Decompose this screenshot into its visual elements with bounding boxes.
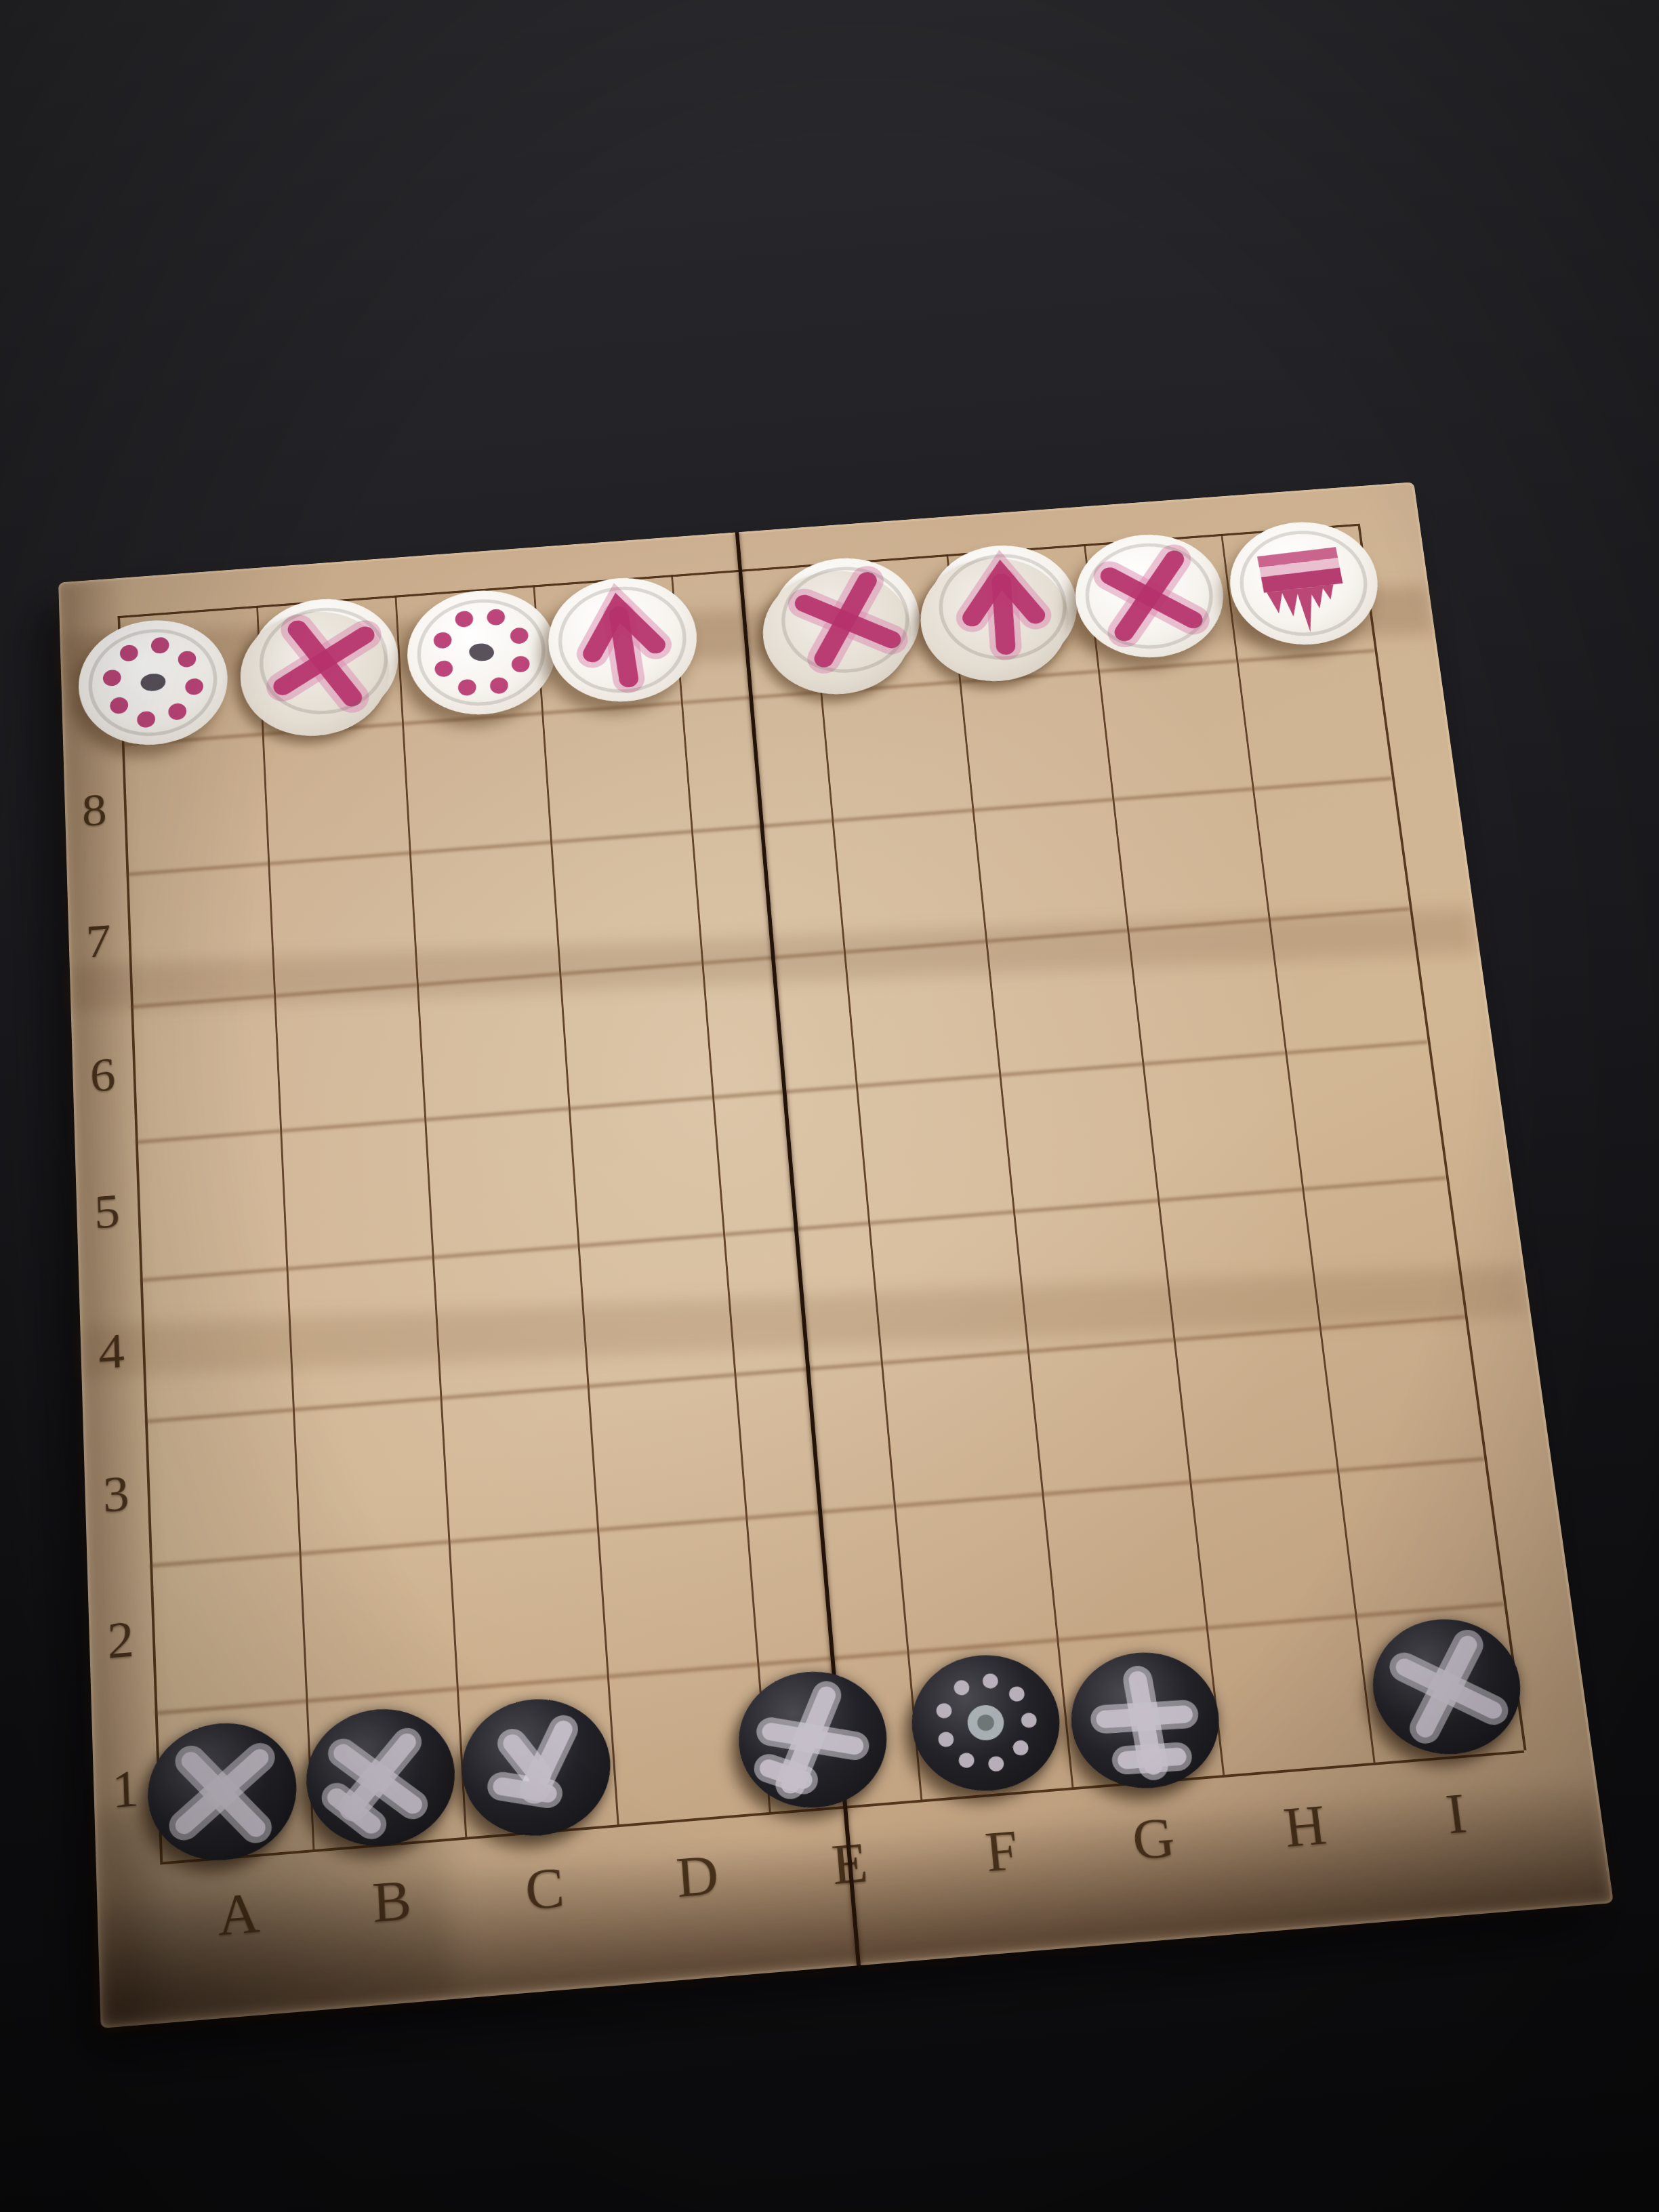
rank-label-4: 4 xyxy=(98,1323,125,1380)
square-A7[interactable] xyxy=(126,862,274,1005)
square-C5[interactable] xyxy=(424,1107,577,1256)
square-E5[interactable] xyxy=(712,1084,868,1233)
rank-label-8: 8 xyxy=(81,783,108,836)
photo-backdrop: { "game": { "name": "Homemade abstract s… xyxy=(0,0,1659,2212)
plane-up-icon xyxy=(1060,1643,1230,1799)
square-G5[interactable] xyxy=(999,1063,1158,1210)
arrow-up-icon xyxy=(925,543,1081,672)
square-E8[interactable] xyxy=(681,691,832,830)
piece-white-f9[interactable] xyxy=(766,553,925,687)
square-B7[interactable] xyxy=(268,851,417,994)
square-E3[interactable] xyxy=(734,1361,893,1516)
square-F8[interactable] xyxy=(820,680,972,819)
square-I4[interactable] xyxy=(1302,1176,1465,1327)
piece-white-c9[interactable] xyxy=(404,586,560,720)
square-G2[interactable] xyxy=(1042,1481,1206,1639)
file-label-d: D xyxy=(674,1841,721,1910)
file-label-f: F xyxy=(983,1817,1021,1885)
file-label-i: I xyxy=(1442,1780,1470,1847)
file-label-g: G xyxy=(1129,1804,1178,1873)
square-H5[interactable] xyxy=(1142,1051,1302,1199)
square-B2[interactable] xyxy=(300,1540,457,1699)
square-A5[interactable] xyxy=(136,1129,287,1278)
square-B8[interactable] xyxy=(262,722,409,862)
square-C4[interactable] xyxy=(432,1244,588,1396)
square-E6[interactable] xyxy=(701,951,856,1096)
square-G4[interactable] xyxy=(1013,1199,1174,1350)
square-F4[interactable] xyxy=(868,1210,1027,1361)
square-D3[interactable] xyxy=(588,1373,746,1528)
rank-label-7: 7 xyxy=(85,914,112,968)
piece-black-b1[interactable] xyxy=(303,1704,458,1852)
square-C6[interactable] xyxy=(417,972,569,1118)
square-H4[interactable] xyxy=(1158,1187,1319,1338)
square-I8[interactable] xyxy=(1236,649,1392,787)
square-F5[interactable] xyxy=(856,1073,1013,1221)
piece-white-b9[interactable] xyxy=(247,594,401,728)
square-H6[interactable] xyxy=(1127,918,1285,1062)
square-C2[interactable] xyxy=(448,1528,607,1687)
ring-dots-icon xyxy=(397,583,565,722)
board-area: ABCDEFGHI87654321 xyxy=(102,339,1620,1965)
square-B6[interactable] xyxy=(274,983,424,1129)
ring-dots-icon xyxy=(77,615,230,750)
square-A6[interactable] xyxy=(131,994,280,1141)
piece-black-a1[interactable] xyxy=(145,1717,299,1866)
square-I6[interactable] xyxy=(1269,907,1428,1051)
rank-label-3: 3 xyxy=(102,1465,130,1523)
arrow-up-icon xyxy=(540,569,705,711)
square-I2[interactable] xyxy=(1337,1457,1504,1614)
piece-white-i9[interactable] xyxy=(1223,517,1385,650)
square-H8[interactable] xyxy=(1098,659,1252,798)
square-E4[interactable] xyxy=(723,1221,881,1373)
square-I7[interactable] xyxy=(1252,777,1410,918)
square-F7[interactable] xyxy=(832,808,985,950)
square-B3[interactable] xyxy=(293,1396,449,1552)
square-E7[interactable] xyxy=(691,819,844,962)
square-F3[interactable] xyxy=(881,1350,1042,1504)
bent-arrow-icon xyxy=(458,1694,615,1842)
square-E2[interactable] xyxy=(745,1504,907,1663)
band-icon xyxy=(1220,514,1389,653)
piece-black-c1[interactable] xyxy=(458,1694,615,1842)
piece-black-g1[interactable] xyxy=(1065,1647,1226,1794)
piece-white-h9[interactable] xyxy=(1069,529,1230,662)
rank-label-5: 5 xyxy=(94,1183,121,1240)
piece-black-f1[interactable] xyxy=(905,1650,1065,1797)
square-H7[interactable] xyxy=(1112,787,1268,929)
square-D2[interactable] xyxy=(597,1516,757,1675)
piece-white-g9[interactable] xyxy=(923,540,1083,674)
square-B4[interactable] xyxy=(286,1256,440,1408)
square-D8[interactable] xyxy=(541,701,691,841)
file-label-a: A xyxy=(216,1879,261,1949)
rank-label-6: 6 xyxy=(89,1048,117,1103)
x-icon xyxy=(142,1722,300,1862)
square-A3[interactable] xyxy=(145,1408,300,1564)
square-D4[interactable] xyxy=(578,1233,735,1385)
square-A2[interactable] xyxy=(150,1552,306,1711)
file-label-c: C xyxy=(523,1854,566,1923)
square-D7[interactable] xyxy=(550,830,701,972)
square-H3[interactable] xyxy=(1173,1327,1336,1481)
square-D5[interactable] xyxy=(569,1096,723,1244)
piece-black-i1[interactable] xyxy=(1365,1614,1529,1760)
game-board: ABCDEFGHI87654321 xyxy=(58,482,1614,2028)
square-C8[interactable] xyxy=(402,712,550,851)
square-I5[interactable] xyxy=(1285,1040,1446,1187)
square-D6[interactable] xyxy=(559,962,712,1107)
square-C7[interactable] xyxy=(409,840,559,983)
piece-white-d9[interactable] xyxy=(544,573,701,707)
file-label-b: B xyxy=(371,1866,413,1935)
square-G8[interactable] xyxy=(959,670,1112,808)
square-H2[interactable] xyxy=(1189,1469,1355,1626)
ring-dots-center-icon xyxy=(905,1650,1065,1797)
rank-label-2: 2 xyxy=(106,1610,135,1671)
square-H1[interactable] xyxy=(1206,1614,1373,1775)
x-plane-icon xyxy=(303,1704,458,1852)
x-icon xyxy=(237,590,409,733)
square-A8[interactable] xyxy=(122,733,268,873)
square-F6[interactable] xyxy=(844,939,999,1084)
square-A4[interactable] xyxy=(140,1267,293,1420)
plus-plane-icon xyxy=(734,1668,890,1811)
square-F2[interactable] xyxy=(894,1492,1057,1650)
square-C3[interactable] xyxy=(440,1385,597,1540)
square-G3[interactable] xyxy=(1027,1338,1189,1493)
square-G6[interactable] xyxy=(985,928,1142,1073)
rank-label-1: 1 xyxy=(111,1759,140,1820)
piece-black-e1[interactable] xyxy=(733,1666,892,1814)
square-G7[interactable] xyxy=(972,798,1127,939)
piece-white-a9[interactable] xyxy=(77,615,230,750)
square-I3[interactable] xyxy=(1319,1315,1484,1469)
file-label-h: H xyxy=(1280,1792,1330,1860)
square-B5[interactable] xyxy=(280,1118,432,1267)
